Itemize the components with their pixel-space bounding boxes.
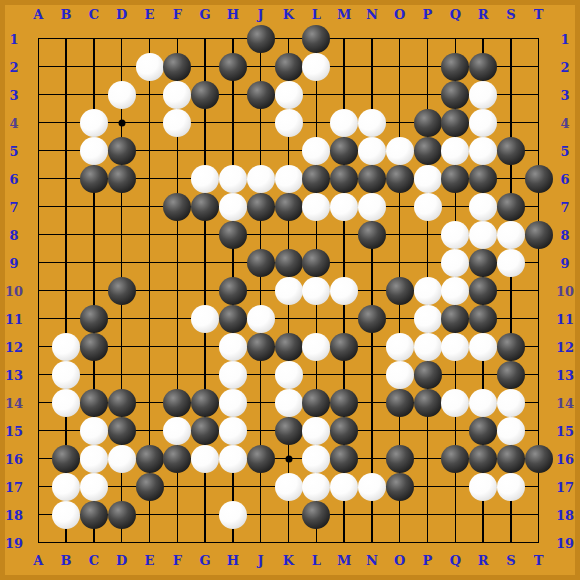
- row-label-left-16: 16: [5, 452, 23, 465]
- black-stone-j3[interactable]: [247, 81, 275, 109]
- black-stone-f2[interactable]: [163, 53, 191, 81]
- black-stone-m5[interactable]: [330, 137, 358, 165]
- star-point-k16: [285, 455, 292, 462]
- white-stone-d16[interactable]: [108, 445, 136, 473]
- white-stone-k13[interactable]: [275, 361, 303, 389]
- white-stone-m7[interactable]: [330, 193, 358, 221]
- black-stone-m12[interactable]: [330, 333, 358, 361]
- white-stone-q12[interactable]: [441, 333, 469, 361]
- black-stone-e17[interactable]: [136, 473, 164, 501]
- row-label-left-19: 19: [5, 536, 23, 549]
- row-label-left-11: 11: [5, 312, 23, 325]
- white-stone-o13[interactable]: [386, 361, 414, 389]
- black-stone-r11[interactable]: [469, 305, 497, 333]
- col-label-top-e: E: [145, 8, 155, 21]
- white-stone-b13[interactable]: [52, 361, 80, 389]
- white-stone-c5[interactable]: [80, 137, 108, 165]
- row-label-right-14: 14: [556, 396, 574, 409]
- col-label-top-d: D: [116, 8, 127, 21]
- white-stone-h14[interactable]: [219, 389, 247, 417]
- black-stone-n11[interactable]: [358, 305, 386, 333]
- row-label-right-1: 1: [560, 32, 569, 45]
- white-stone-q5[interactable]: [441, 137, 469, 165]
- row-label-right-11: 11: [556, 312, 574, 325]
- black-stone-o14[interactable]: [386, 389, 414, 417]
- row-label-right-12: 12: [556, 340, 574, 353]
- white-stone-c17[interactable]: [80, 473, 108, 501]
- white-stone-p11[interactable]: [414, 305, 442, 333]
- row-label-right-18: 18: [556, 508, 574, 521]
- black-stone-m14[interactable]: [330, 389, 358, 417]
- row-label-right-15: 15: [556, 424, 574, 437]
- col-label-top-j: J: [258, 8, 264, 21]
- black-stone-r15[interactable]: [469, 417, 497, 445]
- white-stone-l7[interactable]: [302, 193, 330, 221]
- black-stone-f14[interactable]: [163, 389, 191, 417]
- white-stone-p10[interactable]: [414, 277, 442, 305]
- white-stone-r12[interactable]: [469, 333, 497, 361]
- black-stone-c11[interactable]: [80, 305, 108, 333]
- white-stone-k3[interactable]: [275, 81, 303, 109]
- row-label-right-2: 2: [560, 60, 569, 73]
- black-stone-c12[interactable]: [80, 333, 108, 361]
- white-stone-c16[interactable]: [80, 445, 108, 473]
- col-label-bottom-d: D: [116, 554, 127, 567]
- black-stone-s5[interactable]: [497, 137, 525, 165]
- black-stone-j1[interactable]: [247, 25, 275, 53]
- black-stone-d18[interactable]: [108, 501, 136, 529]
- white-stone-n4[interactable]: [358, 109, 386, 137]
- black-stone-t8[interactable]: [525, 221, 553, 249]
- white-stone-k17[interactable]: [275, 473, 303, 501]
- col-label-bottom-s: S: [506, 554, 515, 567]
- white-stone-k10[interactable]: [275, 277, 303, 305]
- black-stone-r6[interactable]: [469, 165, 497, 193]
- row-label-right-16: 16: [556, 452, 574, 465]
- white-stone-r3[interactable]: [469, 81, 497, 109]
- white-stone-s9[interactable]: [497, 249, 525, 277]
- white-stone-h13[interactable]: [219, 361, 247, 389]
- black-stone-n8[interactable]: [358, 221, 386, 249]
- white-stone-b12[interactable]: [52, 333, 80, 361]
- white-stone-r8[interactable]: [469, 221, 497, 249]
- black-stone-d14[interactable]: [108, 389, 136, 417]
- black-stone-o10[interactable]: [386, 277, 414, 305]
- row-label-right-7: 7: [560, 200, 569, 213]
- black-stone-k2[interactable]: [275, 53, 303, 81]
- star-point-d4: [118, 119, 125, 126]
- black-stone-s16[interactable]: [497, 445, 525, 473]
- white-stone-k6[interactable]: [275, 165, 303, 193]
- col-label-top-a: A: [33, 8, 43, 21]
- row-label-left-7: 7: [9, 200, 18, 213]
- white-stone-f4[interactable]: [163, 109, 191, 137]
- row-label-right-17: 17: [556, 480, 574, 493]
- white-stone-s8[interactable]: [497, 221, 525, 249]
- white-stone-m4[interactable]: [330, 109, 358, 137]
- col-label-bottom-h: H: [227, 554, 239, 567]
- white-stone-s14[interactable]: [497, 389, 525, 417]
- white-stone-r17[interactable]: [469, 473, 497, 501]
- white-stone-j6[interactable]: [247, 165, 275, 193]
- black-stone-q16[interactable]: [441, 445, 469, 473]
- black-stone-l14[interactable]: [302, 389, 330, 417]
- col-label-top-p: P: [423, 8, 433, 21]
- row-label-left-15: 15: [5, 424, 23, 437]
- white-stone-h16[interactable]: [219, 445, 247, 473]
- white-stone-n7[interactable]: [358, 193, 386, 221]
- row-label-left-13: 13: [5, 368, 23, 381]
- black-stone-l18[interactable]: [302, 501, 330, 529]
- col-label-bottom-p: P: [423, 554, 433, 567]
- black-stone-d6[interactable]: [108, 165, 136, 193]
- row-label-right-8: 8: [560, 228, 569, 241]
- black-stone-q11[interactable]: [441, 305, 469, 333]
- black-stone-m16[interactable]: [330, 445, 358, 473]
- white-stone-l2[interactable]: [302, 53, 330, 81]
- black-stone-l9[interactable]: [302, 249, 330, 277]
- white-stone-l10[interactable]: [302, 277, 330, 305]
- black-stone-s12[interactable]: [497, 333, 525, 361]
- white-stone-h7[interactable]: [219, 193, 247, 221]
- white-stone-p6[interactable]: [414, 165, 442, 193]
- col-label-top-b: B: [61, 8, 72, 21]
- white-stone-h18[interactable]: [219, 501, 247, 529]
- black-stone-t6[interactable]: [525, 165, 553, 193]
- white-stone-f15[interactable]: [163, 417, 191, 445]
- row-label-left-18: 18: [5, 508, 23, 521]
- row-label-left-4: 4: [9, 116, 18, 129]
- grid-line-horizontal: [38, 542, 540, 544]
- row-label-left-17: 17: [5, 480, 23, 493]
- col-label-bottom-a: A: [33, 554, 43, 567]
- white-stone-l17[interactable]: [302, 473, 330, 501]
- black-stone-p13[interactable]: [414, 361, 442, 389]
- row-label-right-19: 19: [556, 536, 574, 549]
- white-stone-c4[interactable]: [80, 109, 108, 137]
- col-label-bottom-t: T: [534, 554, 544, 567]
- col-label-top-f: F: [173, 8, 182, 21]
- row-label-right-4: 4: [560, 116, 569, 129]
- white-stone-f3[interactable]: [163, 81, 191, 109]
- row-label-left-10: 10: [5, 284, 23, 297]
- black-stone-c6[interactable]: [80, 165, 108, 193]
- white-stone-h15[interactable]: [219, 417, 247, 445]
- black-stone-o17[interactable]: [386, 473, 414, 501]
- row-label-right-10: 10: [556, 284, 574, 297]
- black-stone-h2[interactable]: [219, 53, 247, 81]
- col-label-bottom-g: G: [200, 554, 211, 567]
- row-label-right-13: 13: [556, 368, 574, 381]
- white-stone-o5[interactable]: [386, 137, 414, 165]
- row-label-left-2: 2: [9, 60, 18, 73]
- black-stone-m15[interactable]: [330, 417, 358, 445]
- black-stone-d10[interactable]: [108, 277, 136, 305]
- white-stone-d3[interactable]: [108, 81, 136, 109]
- black-stone-k9[interactable]: [275, 249, 303, 277]
- col-label-top-m: M: [337, 8, 351, 21]
- row-label-right-5: 5: [560, 144, 569, 157]
- col-label-top-k: K: [283, 8, 294, 21]
- black-stone-h8[interactable]: [219, 221, 247, 249]
- col-label-top-c: C: [89, 8, 99, 21]
- black-stone-s7[interactable]: [497, 193, 525, 221]
- white-stone-l15[interactable]: [302, 417, 330, 445]
- black-stone-o16[interactable]: [386, 445, 414, 473]
- black-stone-q6[interactable]: [441, 165, 469, 193]
- row-label-left-12: 12: [5, 340, 23, 353]
- col-label-top-h: H: [227, 8, 239, 21]
- white-stone-s17[interactable]: [497, 473, 525, 501]
- col-label-bottom-m: M: [337, 554, 351, 567]
- black-stone-j16[interactable]: [247, 445, 275, 473]
- white-stone-j11[interactable]: [247, 305, 275, 333]
- white-stone-r7[interactable]: [469, 193, 497, 221]
- col-label-bottom-j: J: [258, 554, 264, 567]
- black-stone-l6[interactable]: [302, 165, 330, 193]
- black-stone-j12[interactable]: [247, 333, 275, 361]
- col-label-top-n: N: [366, 8, 378, 21]
- white-stone-q10[interactable]: [441, 277, 469, 305]
- white-stone-g16[interactable]: [191, 445, 219, 473]
- white-stone-n5[interactable]: [358, 137, 386, 165]
- black-stone-j9[interactable]: [247, 249, 275, 277]
- row-label-left-9: 9: [9, 256, 18, 269]
- white-stone-r4[interactable]: [469, 109, 497, 137]
- black-stone-p14[interactable]: [414, 389, 442, 417]
- white-stone-l12[interactable]: [302, 333, 330, 361]
- black-stone-n6[interactable]: [358, 165, 386, 193]
- white-stone-e2[interactable]: [136, 53, 164, 81]
- col-label-top-q: Q: [450, 8, 461, 21]
- white-stone-b14[interactable]: [52, 389, 80, 417]
- white-stone-p7[interactable]: [414, 193, 442, 221]
- col-label-bottom-c: C: [89, 554, 99, 567]
- black-stone-g15[interactable]: [191, 417, 219, 445]
- go-board-page: AABBCCDDEEFFGGHHJJKKLLMMNNOOPPQQRRSSTT11…: [0, 0, 580, 580]
- row-label-left-5: 5: [9, 144, 18, 157]
- black-stone-q4[interactable]: [441, 109, 469, 137]
- black-stone-d5[interactable]: [108, 137, 136, 165]
- col-label-top-s: S: [506, 8, 515, 21]
- black-stone-c14[interactable]: [80, 389, 108, 417]
- black-stone-p5[interactable]: [414, 137, 442, 165]
- white-stone-s15[interactable]: [497, 417, 525, 445]
- col-label-top-g: G: [200, 8, 211, 21]
- black-stone-l1[interactable]: [302, 25, 330, 53]
- black-stone-e16[interactable]: [136, 445, 164, 473]
- white-stone-l5[interactable]: [302, 137, 330, 165]
- black-stone-o6[interactable]: [386, 165, 414, 193]
- white-stone-b18[interactable]: [52, 501, 80, 529]
- black-stone-g14[interactable]: [191, 389, 219, 417]
- black-stone-g7[interactable]: [191, 193, 219, 221]
- white-stone-m10[interactable]: [330, 277, 358, 305]
- col-label-bottom-o: O: [394, 554, 405, 567]
- black-stone-b16[interactable]: [52, 445, 80, 473]
- white-stone-r14[interactable]: [469, 389, 497, 417]
- col-label-bottom-q: Q: [450, 554, 461, 567]
- white-stone-q9[interactable]: [441, 249, 469, 277]
- black-stone-q3[interactable]: [441, 81, 469, 109]
- black-stone-r10[interactable]: [469, 277, 497, 305]
- col-label-bottom-l: L: [312, 554, 321, 567]
- col-label-bottom-n: N: [366, 554, 378, 567]
- col-label-bottom-k: K: [283, 554, 294, 567]
- row-label-right-9: 9: [560, 256, 569, 269]
- white-stone-q8[interactable]: [441, 221, 469, 249]
- white-stone-h12[interactable]: [219, 333, 247, 361]
- col-label-top-l: L: [312, 8, 321, 21]
- white-stone-k4[interactable]: [275, 109, 303, 137]
- black-stone-g3[interactable]: [191, 81, 219, 109]
- black-stone-r2[interactable]: [469, 53, 497, 81]
- white-stone-g6[interactable]: [191, 165, 219, 193]
- black-stone-h11[interactable]: [219, 305, 247, 333]
- white-stone-k14[interactable]: [275, 389, 303, 417]
- white-stone-q14[interactable]: [441, 389, 469, 417]
- black-stone-p4[interactable]: [414, 109, 442, 137]
- black-stone-k12[interactable]: [275, 333, 303, 361]
- black-stone-h10[interactable]: [219, 277, 247, 305]
- col-label-bottom-e: E: [145, 554, 155, 567]
- col-label-bottom-r: R: [478, 554, 489, 567]
- row-label-left-3: 3: [9, 88, 18, 101]
- col-label-top-t: T: [534, 8, 544, 21]
- white-stone-l16[interactable]: [302, 445, 330, 473]
- white-stone-c15[interactable]: [80, 417, 108, 445]
- black-stone-r9[interactable]: [469, 249, 497, 277]
- row-label-right-6: 6: [560, 172, 569, 185]
- black-stone-m6[interactable]: [330, 165, 358, 193]
- black-stone-q2[interactable]: [441, 53, 469, 81]
- col-label-bottom-b: B: [61, 554, 72, 567]
- black-stone-r16[interactable]: [469, 445, 497, 473]
- white-stone-m17[interactable]: [330, 473, 358, 501]
- col-label-top-o: O: [394, 8, 405, 21]
- black-stone-k7[interactable]: [275, 193, 303, 221]
- black-stone-s13[interactable]: [497, 361, 525, 389]
- col-label-top-r: R: [478, 8, 489, 21]
- col-label-bottom-f: F: [173, 554, 182, 567]
- white-stone-r5[interactable]: [469, 137, 497, 165]
- row-label-left-8: 8: [9, 228, 18, 241]
- black-stone-j7[interactable]: [247, 193, 275, 221]
- row-label-left-1: 1: [9, 32, 18, 45]
- black-stone-d15[interactable]: [108, 417, 136, 445]
- white-stone-o12[interactable]: [386, 333, 414, 361]
- white-stone-n17[interactable]: [358, 473, 386, 501]
- white-stone-g11[interactable]: [191, 305, 219, 333]
- black-stone-f7[interactable]: [163, 193, 191, 221]
- white-stone-p12[interactable]: [414, 333, 442, 361]
- white-stone-b17[interactable]: [52, 473, 80, 501]
- row-label-left-14: 14: [5, 396, 23, 409]
- black-stone-f16[interactable]: [163, 445, 191, 473]
- row-label-left-6: 6: [9, 172, 18, 185]
- black-stone-k15[interactable]: [275, 417, 303, 445]
- row-label-right-3: 3: [560, 88, 569, 101]
- black-stone-t16[interactable]: [525, 445, 553, 473]
- black-stone-c18[interactable]: [80, 501, 108, 529]
- white-stone-h6[interactable]: [219, 165, 247, 193]
